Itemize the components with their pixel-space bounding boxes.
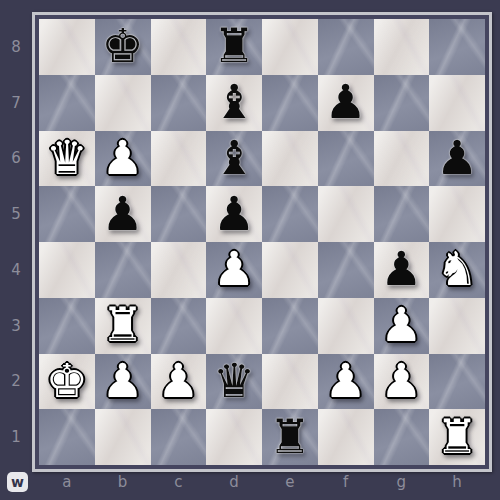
file-label-g: g <box>374 471 430 493</box>
file-label-c: c <box>151 471 207 493</box>
square-f3[interactable] <box>318 298 374 354</box>
chess-board: ♚♜♝♟♛♟♝♟♟♟♟♟♞♜♟♚♟♟♛♟♟♜♜ <box>32 12 492 472</box>
square-a4[interactable] <box>39 242 95 298</box>
square-d4[interactable]: ♟ <box>206 242 262 298</box>
square-f7[interactable]: ♟ <box>318 75 374 131</box>
piece-black-pawn-d5[interactable]: ♟ <box>213 190 255 237</box>
rank-label-5: 5 <box>6 186 26 242</box>
square-g3[interactable]: ♟ <box>374 298 430 354</box>
square-e8[interactable] <box>262 19 318 75</box>
square-d7[interactable]: ♝ <box>206 75 262 131</box>
square-a2[interactable]: ♚ <box>39 354 95 410</box>
square-h8[interactable] <box>429 19 485 75</box>
square-d8[interactable]: ♜ <box>206 19 262 75</box>
file-label-a: a <box>39 471 95 493</box>
piece-black-rook-e1[interactable]: ♜ <box>269 413 311 460</box>
square-c8[interactable] <box>151 19 207 75</box>
file-label-d: d <box>206 471 262 493</box>
square-d3[interactable] <box>206 298 262 354</box>
piece-white-knight-h4[interactable]: ♞ <box>436 245 478 292</box>
file-label-b: b <box>95 471 151 493</box>
square-g2[interactable]: ♟ <box>374 354 430 410</box>
board-grid: ♚♜♝♟♛♟♝♟♟♟♟♟♞♜♟♚♟♟♛♟♟♜♜ <box>39 19 485 465</box>
piece-black-queen-d2[interactable]: ♛ <box>213 357 255 404</box>
square-a3[interactable] <box>39 298 95 354</box>
square-c6[interactable] <box>151 131 207 187</box>
piece-white-pawn-b6[interactable]: ♟ <box>102 134 144 181</box>
square-h1[interactable]: ♜ <box>429 409 485 465</box>
square-f4[interactable] <box>318 242 374 298</box>
rank-label-2: 2 <box>6 354 26 410</box>
side-to-move-badge: w <box>7 472 28 492</box>
piece-white-pawn-g3[interactable]: ♟ <box>380 301 422 348</box>
square-c3[interactable] <box>151 298 207 354</box>
square-d1[interactable] <box>206 409 262 465</box>
square-d6[interactable]: ♝ <box>206 131 262 187</box>
square-g6[interactable] <box>374 131 430 187</box>
rank-label-3: 3 <box>6 298 26 354</box>
rank-label-4: 4 <box>6 242 26 298</box>
square-f8[interactable] <box>318 19 374 75</box>
square-g1[interactable] <box>374 409 430 465</box>
piece-black-bishop-d6[interactable]: ♝ <box>213 134 255 181</box>
piece-black-pawn-h6[interactable]: ♟ <box>436 134 478 181</box>
piece-black-bishop-d7[interactable]: ♝ <box>213 78 255 125</box>
rank-label-1: 1 <box>6 409 26 465</box>
piece-black-pawn-f7[interactable]: ♟ <box>325 78 367 125</box>
piece-white-pawn-c2[interactable]: ♟ <box>157 357 199 404</box>
piece-white-rook-b3[interactable]: ♜ <box>102 301 144 348</box>
square-d5[interactable]: ♟ <box>206 186 262 242</box>
square-b2[interactable]: ♟ <box>95 354 151 410</box>
square-e4[interactable] <box>262 242 318 298</box>
square-f2[interactable]: ♟ <box>318 354 374 410</box>
square-e2[interactable] <box>262 354 318 410</box>
file-label-h: h <box>429 471 485 493</box>
square-f5[interactable] <box>318 186 374 242</box>
piece-white-pawn-b2[interactable]: ♟ <box>102 357 144 404</box>
square-f1[interactable] <box>318 409 374 465</box>
piece-black-king-b8[interactable]: ♚ <box>102 22 144 69</box>
square-e1[interactable]: ♜ <box>262 409 318 465</box>
piece-white-pawn-g2[interactable]: ♟ <box>380 357 422 404</box>
square-c2[interactable]: ♟ <box>151 354 207 410</box>
square-h3[interactable] <box>429 298 485 354</box>
piece-black-pawn-b5[interactable]: ♟ <box>102 190 144 237</box>
square-b1[interactable] <box>95 409 151 465</box>
square-b3[interactable]: ♜ <box>95 298 151 354</box>
square-h6[interactable]: ♟ <box>429 131 485 187</box>
square-b4[interactable] <box>95 242 151 298</box>
rank-label-8: 8 <box>6 19 26 75</box>
square-a1[interactable] <box>39 409 95 465</box>
file-label-e: e <box>262 471 318 493</box>
square-e3[interactable] <box>262 298 318 354</box>
square-h4[interactable]: ♞ <box>429 242 485 298</box>
piece-black-rook-d8[interactable]: ♜ <box>213 22 255 69</box>
square-a5[interactable] <box>39 186 95 242</box>
square-a6[interactable]: ♛ <box>39 131 95 187</box>
square-b6[interactable]: ♟ <box>95 131 151 187</box>
piece-white-rook-h1[interactable]: ♜ <box>436 413 478 460</box>
piece-white-pawn-f2[interactable]: ♟ <box>325 357 367 404</box>
piece-white-pawn-d4[interactable]: ♟ <box>213 245 255 292</box>
square-g4[interactable]: ♟ <box>374 242 430 298</box>
square-f6[interactable] <box>318 131 374 187</box>
chess-app: ♚♜♝♟♛♟♝♟♟♟♟♟♞♜♟♚♟♟♛♟♟♜♜ 87654321abcdefgh… <box>0 0 500 500</box>
rank-label-7: 7 <box>6 75 26 131</box>
square-c7[interactable] <box>151 75 207 131</box>
rank-label-6: 6 <box>6 131 26 187</box>
square-b5[interactable]: ♟ <box>95 186 151 242</box>
square-h7[interactable] <box>429 75 485 131</box>
square-g7[interactable] <box>374 75 430 131</box>
square-c4[interactable] <box>151 242 207 298</box>
square-g8[interactable] <box>374 19 430 75</box>
square-d2[interactable]: ♛ <box>206 354 262 410</box>
square-e5[interactable] <box>262 186 318 242</box>
square-a8[interactable] <box>39 19 95 75</box>
square-b8[interactable]: ♚ <box>95 19 151 75</box>
square-c1[interactable] <box>151 409 207 465</box>
square-h2[interactable] <box>429 354 485 410</box>
piece-white-queen-a6[interactable]: ♛ <box>46 134 88 181</box>
square-b7[interactable] <box>95 75 151 131</box>
square-a7[interactable] <box>39 75 95 131</box>
square-e7[interactable] <box>262 75 318 131</box>
square-g5[interactable] <box>374 186 430 242</box>
square-e6[interactable] <box>262 131 318 187</box>
file-label-f: f <box>318 471 374 493</box>
square-c5[interactable] <box>151 186 207 242</box>
square-h5[interactable] <box>429 186 485 242</box>
piece-black-pawn-g4[interactable]: ♟ <box>380 245 422 292</box>
piece-white-king-a2[interactable]: ♚ <box>46 357 88 404</box>
